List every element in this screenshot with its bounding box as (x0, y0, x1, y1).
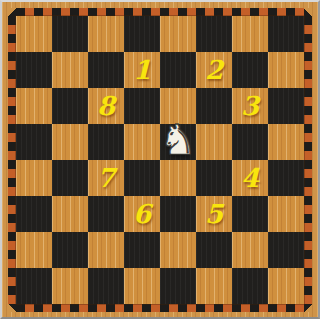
move-label-5: 5 (196, 196, 232, 232)
square-h2[interactable] (268, 232, 304, 268)
border-corner-top-right (304, 8, 312, 16)
square-e8[interactable] (160, 16, 196, 52)
square-g4[interactable]: 4 (232, 160, 268, 196)
square-d4[interactable] (124, 160, 160, 196)
square-f7[interactable]: 2 (196, 52, 232, 88)
square-d6[interactable] (124, 88, 160, 124)
square-f2[interactable] (196, 232, 232, 268)
square-c5[interactable] (88, 124, 124, 160)
border-checker-strip-right (304, 16, 312, 304)
square-h6[interactable] (268, 88, 304, 124)
move-label-6: 6 (124, 196, 160, 232)
square-c7[interactable] (88, 52, 124, 88)
square-c2[interactable] (88, 232, 124, 268)
square-b7[interactable] (52, 52, 88, 88)
square-b4[interactable] (52, 160, 88, 196)
square-a7[interactable] (16, 52, 52, 88)
move-label-4: 4 (232, 160, 268, 196)
square-f8[interactable] (196, 16, 232, 52)
border-checker-strip-left (8, 16, 16, 304)
square-a1[interactable] (16, 268, 52, 304)
square-c6[interactable]: 8 (88, 88, 124, 124)
square-b6[interactable] (52, 88, 88, 124)
square-a5[interactable] (16, 124, 52, 160)
square-g2[interactable] (232, 232, 268, 268)
square-f1[interactable] (196, 268, 232, 304)
border-checker-strip-bottom (16, 304, 304, 312)
border-corner-bottom-right (304, 304, 312, 312)
border-corner-bottom-left (8, 304, 16, 312)
square-e5[interactable]: ♞ (160, 124, 196, 160)
move-label-8: 8 (88, 88, 124, 124)
square-e4[interactable] (160, 160, 196, 196)
square-b3[interactable] (52, 196, 88, 232)
square-a8[interactable] (16, 16, 52, 52)
square-h5[interactable] (268, 124, 304, 160)
square-d1[interactable] (124, 268, 160, 304)
square-c4[interactable]: 7 (88, 160, 124, 196)
square-a3[interactable] (16, 196, 52, 232)
square-h8[interactable] (268, 16, 304, 52)
square-b5[interactable] (52, 124, 88, 160)
square-g6[interactable]: 3 (232, 88, 268, 124)
square-f3[interactable]: 5 (196, 196, 232, 232)
square-g3[interactable] (232, 196, 268, 232)
square-b2[interactable] (52, 232, 88, 268)
square-h7[interactable] (268, 52, 304, 88)
square-e2[interactable] (160, 232, 196, 268)
border-checker-strip-top (16, 8, 304, 16)
square-a4[interactable] (16, 160, 52, 196)
square-a6[interactable] (16, 88, 52, 124)
square-d3[interactable]: 6 (124, 196, 160, 232)
square-a2[interactable] (16, 232, 52, 268)
square-h1[interactable] (268, 268, 304, 304)
square-d8[interactable] (124, 16, 160, 52)
border-corner-top-left (8, 8, 16, 16)
square-b1[interactable] (52, 268, 88, 304)
square-h3[interactable] (268, 196, 304, 232)
square-e1[interactable] (160, 268, 196, 304)
move-label-3: 3 (232, 88, 268, 124)
square-g5[interactable] (232, 124, 268, 160)
square-h4[interactable] (268, 160, 304, 196)
square-d5[interactable] (124, 124, 160, 160)
white-knight[interactable]: ♞ (160, 122, 197, 158)
move-label-2: 2 (196, 52, 232, 88)
square-d7[interactable]: 1 (124, 52, 160, 88)
square-c8[interactable] (88, 16, 124, 52)
chess-board-frame: 1283♞7465 (0, 0, 320, 319)
square-f5[interactable] (196, 124, 232, 160)
square-e3[interactable] (160, 196, 196, 232)
square-c1[interactable] (88, 268, 124, 304)
square-g8[interactable] (232, 16, 268, 52)
square-e7[interactable] (160, 52, 196, 88)
move-label-7: 7 (88, 160, 124, 196)
square-f4[interactable] (196, 160, 232, 196)
square-f6[interactable] (196, 88, 232, 124)
square-b8[interactable] (52, 16, 88, 52)
move-label-1: 1 (124, 52, 160, 88)
square-d2[interactable] (124, 232, 160, 268)
square-g7[interactable] (232, 52, 268, 88)
square-c3[interactable] (88, 196, 124, 232)
square-g1[interactable] (232, 268, 268, 304)
board: 1283♞7465 (16, 16, 304, 304)
